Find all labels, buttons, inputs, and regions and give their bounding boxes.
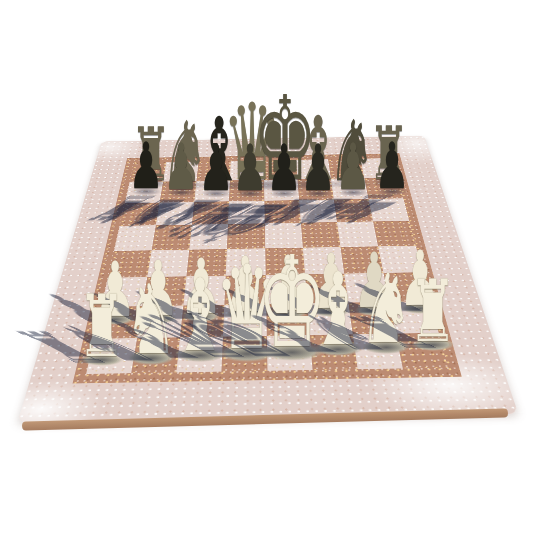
black-pawn-glyph: ♟: [374, 134, 410, 198]
black-pawn-glyph: ♟: [300, 136, 336, 200]
black-pawn-glyph: ♟: [198, 136, 234, 200]
black-pawn-glyph: ♟: [266, 136, 302, 200]
black-pawn-glyph: ♟: [232, 136, 268, 200]
pieces-layer: ♜♜♞♞♝♝♛♛♚♚♝♝♞♞♜♜♟♟♟♟♟♟♟♟♟♟♟♟♟♟♟♟♟♟♟♟♟♟♟♟…: [0, 0, 533, 533]
black-pawn-glyph: ♟: [128, 134, 164, 198]
black-pawn-glyph: ♟: [163, 135, 199, 199]
photo-of-marble-chess-set: ♜♜♞♞♝♝♛♛♚♚♝♝♞♞♜♜♟♟♟♟♟♟♟♟♟♟♟♟♟♟♟♟♟♟♟♟♟♟♟♟…: [0, 0, 533, 533]
black-pawn-glyph: ♟: [335, 135, 371, 199]
white-rook-glyph: ♜: [409, 268, 457, 354]
